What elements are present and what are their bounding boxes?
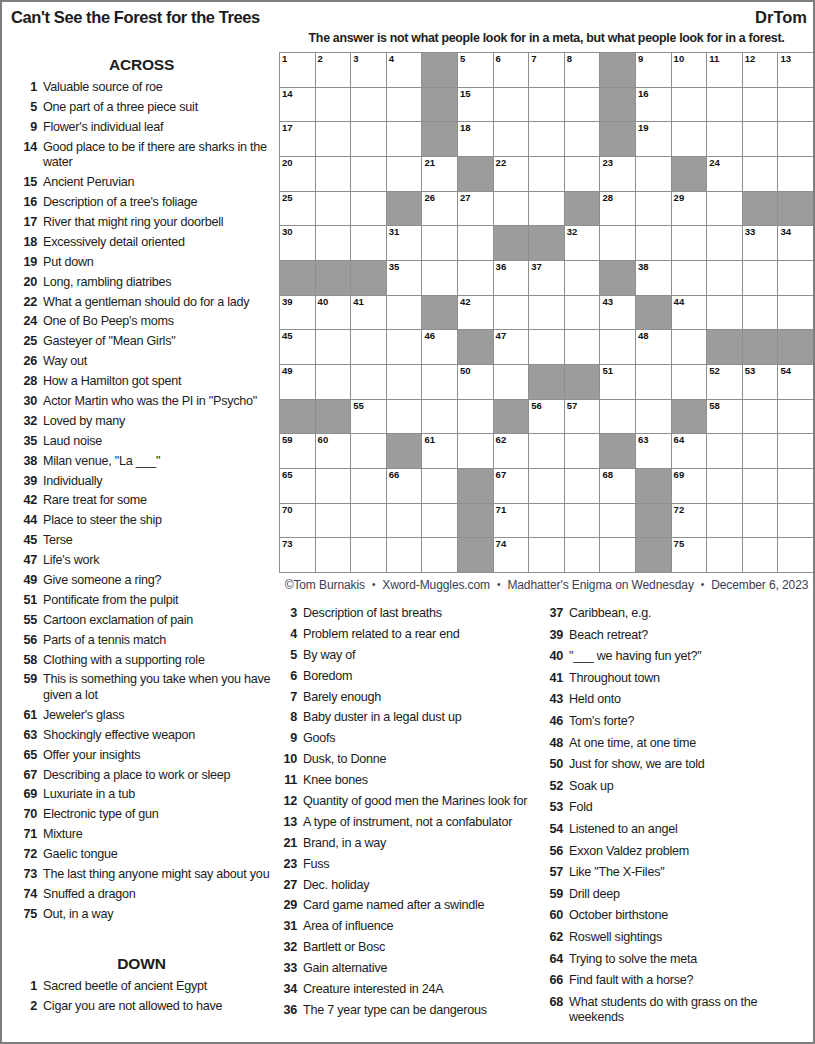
clue-number: 70 (10, 807, 37, 823)
grid-cell[interactable] (351, 192, 386, 226)
grid-cell[interactable] (565, 434, 600, 468)
grid-cell[interactable] (778, 296, 813, 330)
grid-cell[interactable] (778, 400, 813, 434)
grid-cell[interactable] (316, 88, 351, 122)
across-clue-25: 25Gasteyer of "Mean Girls" (10, 334, 273, 354)
grid-cell[interactable] (707, 226, 742, 260)
clue-number: 22 (10, 295, 37, 311)
grid-cell[interactable]: 33 (743, 226, 778, 260)
grid-cell[interactable]: 34 (778, 226, 813, 260)
grid-cell[interactable]: 12 (743, 53, 778, 87)
grid-cell[interactable] (387, 88, 422, 122)
clue-text: Flower's individual leaf (37, 120, 163, 136)
cell-number: 69 (674, 469, 685, 480)
down-clue-8: 8Baby duster in a legal dust up (282, 710, 538, 731)
grid-cell[interactable] (529, 88, 564, 122)
grid-cell[interactable] (600, 226, 635, 260)
clue-number: 51 (10, 593, 37, 609)
grid-cell[interactable] (707, 88, 742, 122)
grid-cell[interactable] (672, 122, 707, 156)
grid-cell[interactable] (636, 192, 671, 226)
grid-cell[interactable]: 48 (636, 330, 671, 364)
cell-number: 3 (353, 53, 358, 64)
grid-cell[interactable] (387, 538, 422, 572)
across-clue-18: 18Excessively detail oriented (10, 235, 273, 255)
grid-cell[interactable]: 57 (565, 400, 600, 434)
down-clue-54: 54Listened to an angel (548, 822, 814, 844)
grid-cell[interactable]: 7 (529, 53, 564, 87)
grid-cell[interactable] (707, 538, 742, 572)
grid-cell[interactable]: 42 (458, 296, 493, 330)
grid-cell[interactable] (565, 261, 600, 295)
grid-cell[interactable]: 52 (707, 365, 742, 399)
grid-cell[interactable]: 29 (672, 192, 707, 226)
grid-cell[interactable]: 2 (316, 53, 351, 87)
grid-cell[interactable] (316, 469, 351, 503)
grid-cell[interactable] (494, 365, 529, 399)
clue-text: Cartoon exclamation of pain (37, 613, 193, 629)
cell-number: 9 (638, 53, 643, 64)
grid-cell[interactable] (778, 157, 813, 191)
cell-number: 65 (282, 469, 293, 480)
grid-cell[interactable] (707, 469, 742, 503)
grid-cell[interactable] (565, 122, 600, 156)
grid-cell[interactable] (565, 330, 600, 364)
grid-cell[interactable] (494, 192, 529, 226)
down-clue-list-middle: 3Description of last breaths4Problem rel… (282, 606, 538, 1024)
grid-cell[interactable] (565, 504, 600, 538)
across-clue-71: 71Mixture (10, 827, 273, 847)
grid-cell[interactable] (422, 469, 457, 503)
grid-cell[interactable] (316, 122, 351, 156)
clue-number: 59 (548, 887, 563, 903)
grid-cell[interactable]: 15 (458, 88, 493, 122)
clue-number: 3 (282, 606, 297, 622)
clue-number: 8 (282, 710, 297, 726)
grid-cell[interactable]: 55 (351, 400, 386, 434)
grid-cell[interactable] (422, 538, 457, 572)
across-clue-75: 75Out, in a way (10, 907, 273, 927)
clue-text: Long, rambling diatribes (37, 275, 171, 291)
grid-cell[interactable] (636, 365, 671, 399)
grid-cell[interactable] (351, 469, 386, 503)
clue-text: Place to steer the ship (37, 513, 162, 529)
grid-cell[interactable] (387, 365, 422, 399)
grid-cell[interactable]: 71 (494, 504, 529, 538)
grid-cell[interactable]: 27 (458, 192, 493, 226)
grid-cell[interactable] (422, 504, 457, 538)
grid-cell[interactable] (529, 122, 564, 156)
grid-cell[interactable] (351, 88, 386, 122)
clue-text: Bartlett or Bosc (297, 940, 385, 956)
grid-cell[interactable] (422, 261, 457, 295)
grid-cell[interactable]: 50 (458, 365, 493, 399)
across-clue-73: 73The last thing anyone might say about … (10, 867, 273, 887)
grid-cell[interactable]: 65 (280, 469, 315, 503)
grid-cell[interactable]: 14 (280, 88, 315, 122)
clue-number: 32 (282, 940, 297, 956)
grid-cell[interactable]: 49 (280, 365, 315, 399)
grid-cell[interactable] (743, 88, 778, 122)
grid-cell[interactable] (529, 504, 564, 538)
grid-cell[interactable]: 10 (672, 53, 707, 87)
grid-cell[interactable] (778, 88, 813, 122)
grid-cell[interactable]: 20 (280, 157, 315, 191)
block-cell (422, 88, 457, 122)
down-clue-39: 39Beach retreat? (548, 628, 814, 650)
grid-cell[interactable] (743, 504, 778, 538)
grid-cell[interactable] (707, 434, 742, 468)
grid-cell[interactable]: 26 (422, 192, 457, 226)
clue-text: Caribbean, e.g. (563, 606, 651, 622)
down-clue-23: 23Fuss (282, 857, 538, 878)
grid-cell[interactable]: 60 (316, 434, 351, 468)
grid-cell[interactable] (422, 226, 457, 260)
grid-cell[interactable]: 36 (494, 261, 529, 295)
across-clue-58: 58Clothing with a supporting role (10, 653, 273, 673)
grid-cell[interactable] (422, 365, 457, 399)
grid-cell[interactable] (672, 88, 707, 122)
grid-cell[interactable]: 25 (280, 192, 315, 226)
grid-cell[interactable] (494, 296, 529, 330)
grid-cell[interactable] (529, 192, 564, 226)
grid-cell[interactable] (565, 157, 600, 191)
down-clue-33: 33Gain alternative (282, 961, 538, 982)
grid-cell[interactable]: 39 (280, 296, 315, 330)
clue-number: 38 (10, 454, 37, 470)
clue-text: Fuss (297, 857, 329, 873)
grid-cell[interactable] (778, 122, 813, 156)
clue-number: 16 (10, 195, 37, 211)
grid-cell[interactable] (458, 400, 493, 434)
grid-cell[interactable]: 45 (280, 330, 315, 364)
grid-cell[interactable] (458, 226, 493, 260)
grid-cell[interactable]: 18 (458, 122, 493, 156)
clue-number: 72 (10, 847, 37, 863)
grid-cell[interactable] (743, 296, 778, 330)
grid-cell[interactable]: 46 (422, 330, 457, 364)
grid-cell[interactable] (743, 157, 778, 191)
grid-cell[interactable] (458, 261, 493, 295)
grid-cell[interactable] (316, 504, 351, 538)
grid-cell[interactable] (600, 400, 635, 434)
grid-cell[interactable] (565, 88, 600, 122)
clue-number: 41 (548, 671, 563, 687)
grid-cell[interactable]: 17 (280, 122, 315, 156)
down-clue-2: 2Cigar you are not allowed to have (10, 999, 273, 1019)
grid-cell[interactable] (778, 261, 813, 295)
grid-cell[interactable] (672, 330, 707, 364)
clue-number: 61 (10, 708, 37, 724)
cell-number: 59 (282, 434, 293, 445)
grid-cell[interactable]: 41 (351, 296, 386, 330)
grid-cell[interactable]: 35 (387, 261, 422, 295)
grid-cell[interactable]: 37 (529, 261, 564, 295)
clue-text: Baby duster in a legal dust up (297, 710, 461, 726)
down-clue-53: 53Fold (548, 800, 814, 822)
cell-number: 57 (567, 400, 578, 411)
clue-text: A type of instrument, not a confabulator (297, 815, 512, 831)
grid-cell[interactable]: 75 (672, 538, 707, 572)
clue-text: This is something you take when you have… (37, 672, 273, 703)
grid-cell[interactable] (387, 157, 422, 191)
grid-cell[interactable]: 21 (422, 157, 457, 191)
grid-cell[interactable] (529, 157, 564, 191)
across-clue-67: 67Describing a place to work or sleep (10, 768, 273, 788)
grid-cell[interactable] (672, 365, 707, 399)
puzzle-title: Can't See the Forest for the Trees (11, 8, 260, 27)
clue-number: 62 (548, 930, 563, 946)
grid-cell[interactable]: 6 (494, 53, 529, 87)
down-clue-1: 1Sacred beetle of ancient Egypt (10, 979, 273, 999)
grid-cell[interactable] (743, 261, 778, 295)
clue-text: Pontificate from the pulpit (37, 593, 178, 609)
clue-number: 34 (282, 982, 297, 998)
cell-number: 45 (282, 330, 293, 341)
clue-number: 27 (282, 878, 297, 894)
down-clue-6: 6Boredom (282, 669, 538, 690)
cell-number: 26 (424, 192, 435, 203)
grid-cell[interactable]: 32 (565, 226, 600, 260)
clue-text: Description of last breaths (297, 606, 442, 622)
grid-cell[interactable] (494, 88, 529, 122)
grid-cell[interactable] (778, 469, 813, 503)
grid-cell[interactable]: 56 (529, 400, 564, 434)
grid-cell[interactable]: 31 (387, 226, 422, 260)
block-cell (636, 538, 671, 572)
down-clues-column-right: 37Caribbean, e.g.39Beach retreat?40"___ … (548, 606, 814, 1032)
cell-number: 50 (460, 365, 471, 376)
grid-cell[interactable] (529, 296, 564, 330)
grid-cell[interactable] (316, 157, 351, 191)
clue-number: 40 (548, 649, 563, 665)
grid-cell[interactable]: 13 (778, 53, 813, 87)
clue-number: 74 (10, 887, 37, 903)
grid-cell[interactable] (672, 226, 707, 260)
grid-cell[interactable] (600, 504, 635, 538)
grid-cell[interactable] (743, 400, 778, 434)
clue-number: 64 (548, 952, 563, 968)
grid-cell[interactable] (316, 538, 351, 572)
grid-cell[interactable] (351, 538, 386, 572)
grid-cell[interactable]: 68 (600, 469, 635, 503)
grid-cell[interactable]: 8 (565, 53, 600, 87)
grid-cell[interactable]: 38 (636, 261, 671, 295)
grid-cell[interactable] (778, 504, 813, 538)
down-clue-3: 3Description of last breaths (282, 606, 538, 627)
down-clue-48: 48At one time, at one time (548, 736, 814, 758)
grid-cell[interactable] (529, 469, 564, 503)
grid-cell[interactable] (387, 296, 422, 330)
across-clues-column: ACROSS 1Valuable source of roe5One part … (10, 54, 273, 1018)
grid-cell[interactable] (600, 538, 635, 572)
grid-cell[interactable] (636, 157, 671, 191)
grid-cell[interactable] (529, 434, 564, 468)
grid-cell[interactable] (636, 226, 671, 260)
across-clue-38: 38Milan venue, "La ___" (10, 454, 273, 474)
block-cell (707, 330, 742, 364)
grid-cell[interactable]: 54 (778, 365, 813, 399)
grid-cell[interactable] (743, 122, 778, 156)
cell-number: 30 (282, 226, 293, 237)
grid-cell[interactable]: 30 (280, 226, 315, 260)
block-cell (458, 469, 493, 503)
grid-cell[interactable]: 44 (672, 296, 707, 330)
cell-number: 7 (531, 53, 536, 64)
clue-text: Rare treat for some (37, 493, 147, 509)
grid-cell[interactable] (316, 365, 351, 399)
grid-cell[interactable]: 4 (387, 53, 422, 87)
grid-cell[interactable]: 40 (316, 296, 351, 330)
grid-cell[interactable] (458, 434, 493, 468)
grid-cell[interactable]: 5 (458, 53, 493, 87)
grid-cell[interactable]: 63 (636, 434, 671, 468)
clue-text: What a gentleman should do for a lady (37, 295, 249, 311)
clue-text: The 7 year type can be dangerous (297, 1003, 487, 1019)
grid-cell[interactable]: 3 (351, 53, 386, 87)
grid-cell[interactable] (743, 538, 778, 572)
grid-cell[interactable] (707, 192, 742, 226)
clue-text: Way out (37, 354, 87, 370)
crossword-grid[interactable]: 1234567891011121314151617181920212223242… (279, 52, 814, 573)
block-cell (387, 434, 422, 468)
grid-cell[interactable]: 11 (707, 53, 742, 87)
down-clue-64: 64Trying to solve the meta (548, 952, 814, 974)
grid-cell[interactable]: 74 (494, 538, 529, 572)
clue-number: 10 (282, 752, 297, 768)
grid-cell[interactable] (707, 122, 742, 156)
grid-cell[interactable] (387, 330, 422, 364)
clue-number: 54 (548, 822, 563, 838)
grid-cell[interactable] (351, 226, 386, 260)
clue-number: 67 (10, 768, 37, 784)
grid-cell[interactable] (743, 434, 778, 468)
grid-cell[interactable]: 19 (636, 122, 671, 156)
block-cell (494, 226, 529, 260)
grid-cell[interactable] (351, 157, 386, 191)
grid-cell[interactable] (387, 122, 422, 156)
cell-number: 8 (567, 53, 572, 64)
grid-cell[interactable] (743, 469, 778, 503)
grid-cell[interactable]: 9 (636, 53, 671, 87)
grid-cell[interactable] (351, 434, 386, 468)
grid-cell[interactable] (672, 261, 707, 295)
grid-cell[interactable] (778, 538, 813, 572)
block-cell (422, 53, 457, 87)
block-cell (743, 330, 778, 364)
grid-cell[interactable]: 24 (707, 157, 742, 191)
grid-cell[interactable] (778, 434, 813, 468)
grid-cell[interactable] (565, 296, 600, 330)
grid-cell[interactable]: 28 (600, 192, 635, 226)
grid-cell[interactable]: 47 (494, 330, 529, 364)
block-cell (565, 365, 600, 399)
block-cell (458, 330, 493, 364)
grid-cell[interactable] (387, 504, 422, 538)
down-heading: DOWN (10, 953, 273, 979)
clue-number: 6 (282, 669, 297, 685)
grid-cell[interactable] (529, 538, 564, 572)
grid-cell[interactable]: 23 (600, 157, 635, 191)
grid-cell[interactable]: 43 (600, 296, 635, 330)
grid-cell[interactable] (707, 504, 742, 538)
block-cell (600, 122, 635, 156)
clue-text: Offer your insights (37, 748, 140, 764)
grid-cell[interactable] (565, 469, 600, 503)
grid-cell[interactable] (316, 226, 351, 260)
grid-cell[interactable]: 16 (636, 88, 671, 122)
cell-number: 35 (389, 261, 400, 272)
grid-cell[interactable] (529, 330, 564, 364)
grid-cell[interactable] (316, 330, 351, 364)
grid-cell[interactable] (351, 504, 386, 538)
clue-number: 5 (282, 648, 297, 664)
grid-cell[interactable]: 70 (280, 504, 315, 538)
clue-text: Good place to be if there are sharks in … (37, 140, 273, 171)
grid-cell[interactable] (494, 122, 529, 156)
clue-number: 46 (548, 714, 563, 730)
grid-cell[interactable]: 1 (280, 53, 315, 87)
grid-cell[interactable]: 73 (280, 538, 315, 572)
grid-cell[interactable]: 22 (494, 157, 529, 191)
down-clue-36: 36The 7 year type can be dangerous (282, 1003, 538, 1024)
down-clue-59: 59Drill deep (548, 887, 814, 909)
grid-cell[interactable] (707, 261, 742, 295)
grid-cell[interactable] (351, 122, 386, 156)
down-clue-57: 57Like "The X-Files" (548, 865, 814, 887)
grid-cell[interactable]: 58 (707, 400, 742, 434)
across-clue-14: 14Good place to be if there are sharks i… (10, 140, 273, 175)
grid-cell[interactable] (600, 330, 635, 364)
block-cell (529, 226, 564, 260)
grid-cell[interactable]: 51 (600, 365, 635, 399)
clue-number: 33 (282, 961, 297, 977)
cell-number: 71 (496, 504, 507, 515)
grid-cell[interactable]: 61 (422, 434, 457, 468)
grid-cell[interactable]: 72 (672, 504, 707, 538)
cell-number: 23 (602, 157, 613, 168)
clue-text: Dec. holiday (297, 878, 369, 894)
cell-number: 15 (460, 88, 471, 99)
grid-cell[interactable] (707, 296, 742, 330)
grid-cell[interactable] (422, 400, 457, 434)
grid-cell[interactable]: 66 (387, 469, 422, 503)
grid-cell[interactable] (636, 400, 671, 434)
grid-cell[interactable] (565, 538, 600, 572)
across-clue-56: 56Parts of a tennis match (10, 633, 273, 653)
grid-cell[interactable] (387, 400, 422, 434)
grid-cell[interactable]: 59 (280, 434, 315, 468)
cell-number: 61 (424, 434, 435, 445)
grid-cell[interactable]: 53 (743, 365, 778, 399)
clue-text: Individually (37, 474, 102, 490)
grid-cell[interactable] (351, 365, 386, 399)
grid-cell[interactable]: 64 (672, 434, 707, 468)
clue-number: 68 (548, 995, 563, 1026)
down-clues-column-middle: 3Description of last breaths4Problem rel… (282, 606, 538, 1024)
footer-part: Xword-Muggles.com (382, 578, 490, 592)
grid-cell[interactable] (351, 330, 386, 364)
clue-number: 28 (10, 374, 37, 390)
block-cell (778, 330, 813, 364)
grid-cell[interactable]: 62 (494, 434, 529, 468)
clue-number: 11 (282, 773, 297, 789)
grid-cell[interactable]: 69 (672, 469, 707, 503)
grid-cell[interactable] (316, 192, 351, 226)
clue-text: Like "The X-Files" (563, 865, 664, 881)
block-cell (422, 296, 457, 330)
grid-cell[interactable]: 67 (494, 469, 529, 503)
